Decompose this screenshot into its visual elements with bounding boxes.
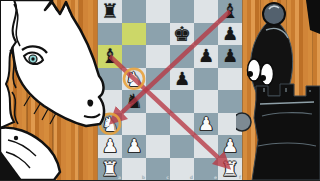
board-square-e7[interactable] (194, 23, 218, 46)
board-square-a4[interactable] (98, 90, 122, 113)
white-rook: ♜ (218, 158, 242, 181)
file-coordinate: c (166, 175, 169, 180)
board-square-b3[interactable] (122, 113, 146, 136)
board-square-c5[interactable] (146, 68, 170, 91)
chess-board: ♜♝♚♟♝♟♟♞♟♞♞♟♟♟♟♜abcde♜f (98, 0, 242, 180)
board-square-a6[interactable]: ♝ (98, 45, 122, 68)
board-square-e8[interactable] (194, 0, 218, 23)
white-pawn: ♟ (218, 135, 242, 158)
board-square-a1[interactable]: ♜a (98, 158, 122, 181)
board-square-c1[interactable]: c (146, 158, 170, 181)
white-pawn: ♟ (98, 135, 122, 158)
board-square-c3[interactable] (146, 113, 170, 136)
black-king: ♚ (170, 23, 194, 46)
board-square-e2[interactable] (194, 135, 218, 158)
board-square-b2[interactable]: ♟ (122, 135, 146, 158)
board-square-b8[interactable] (122, 0, 146, 23)
board-square-e3[interactable]: ♟ (194, 113, 218, 136)
file-coordinate: f (239, 175, 241, 180)
board-square-b4[interactable]: ♞ (122, 90, 146, 113)
file-coordinate: a (118, 175, 121, 180)
board-square-d6[interactable] (170, 45, 194, 68)
board-square-e1[interactable]: e (194, 158, 218, 181)
white-pawn: ♟ (122, 135, 146, 158)
board-square-c4[interactable] (146, 90, 170, 113)
board-square-f2[interactable]: ♟ (218, 135, 242, 158)
board-square-d2[interactable] (170, 135, 194, 158)
board-square-e6[interactable]: ♟ (194, 45, 218, 68)
white-knight: ♞ (98, 113, 122, 136)
thumbnail-scene: ♜♝♚♟♝♟♟♞♟♞♞♟♟♟♟♜abcde♜f (0, 0, 320, 180)
board-square-f5[interactable] (218, 68, 242, 91)
board-square-b1[interactable]: b (122, 158, 146, 181)
board-square-a2[interactable]: ♟ (98, 135, 122, 158)
black-bishop: ♝ (218, 0, 242, 23)
board-square-c2[interactable] (146, 135, 170, 158)
board-square-d4[interactable] (170, 90, 194, 113)
black-pawn: ♟ (194, 45, 218, 68)
file-coordinate: b (142, 175, 145, 180)
board-square-c8[interactable] (146, 0, 170, 23)
file-coordinate: e (214, 175, 217, 180)
board-square-a5[interactable] (98, 68, 122, 91)
board-square-d1[interactable]: d (170, 158, 194, 181)
board-square-d3[interactable] (170, 113, 194, 136)
white-knight: ♞ (122, 68, 146, 91)
black-pawn: ♟ (170, 68, 194, 91)
board-square-b7[interactable] (122, 23, 146, 46)
board-square-b5[interactable]: ♞ (122, 68, 146, 91)
board-square-d8[interactable] (170, 0, 194, 23)
white-rook: ♜ (98, 158, 122, 181)
board-square-a8[interactable]: ♜ (98, 0, 122, 23)
black-pawn: ♟ (218, 23, 242, 46)
black-pawn: ♟ (218, 45, 242, 68)
board-square-a3[interactable]: ♞ (98, 113, 122, 136)
board-square-f6[interactable]: ♟ (218, 45, 242, 68)
white-pawn: ♟ (194, 113, 218, 136)
board-square-c6[interactable] (146, 45, 170, 68)
board-square-f4[interactable] (218, 90, 242, 113)
board-square-e5[interactable] (194, 68, 218, 91)
board-square-d5[interactable]: ♟ (170, 68, 194, 91)
file-coordinate: d (190, 175, 193, 180)
black-knight: ♞ (122, 90, 146, 113)
board-square-f3[interactable] (218, 113, 242, 136)
board-square-f8[interactable]: ♝ (218, 0, 242, 23)
board-square-d7[interactable]: ♚ (170, 23, 194, 46)
board-square-e4[interactable] (194, 90, 218, 113)
board-square-c7[interactable] (146, 23, 170, 46)
black-bishop: ♝ (98, 45, 122, 68)
board-square-f7[interactable]: ♟ (218, 23, 242, 46)
board-square-f1[interactable]: ♜f (218, 158, 242, 181)
board-square-a7[interactable] (98, 23, 122, 46)
black-rook: ♜ (98, 0, 122, 23)
board-square-b6[interactable] (122, 45, 146, 68)
